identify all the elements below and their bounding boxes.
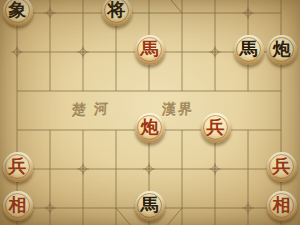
piece-glyph: 馬 [234, 35, 264, 65]
red-soldier[interactable]: 兵 [267, 152, 297, 182]
black-horse[interactable]: 馬 [135, 191, 165, 221]
red-elephant[interactable]: 相 [3, 191, 33, 221]
piece-glyph: 馬 [135, 191, 165, 221]
piece-glyph: 相 [3, 191, 33, 221]
piece-glyph: 相 [267, 191, 297, 221]
red-horse[interactable]: 馬 [135, 35, 165, 65]
piece-grid: 象将馬馬炮炮兵兵兵相馬相 [1, 0, 298, 225]
black-horse[interactable]: 馬 [234, 35, 264, 65]
piece-glyph: 兵 [3, 152, 33, 182]
red-soldier[interactable]: 兵 [3, 152, 33, 182]
piece-glyph: 兵 [201, 113, 231, 143]
piece-glyph: 炮 [267, 35, 297, 65]
piece-glyph: 馬 [135, 35, 165, 65]
xiangqi-board: 楚河 漢界 象将馬馬炮炮兵兵兵相馬相 [0, 0, 300, 225]
piece-glyph: 将 [102, 0, 132, 26]
piece-glyph: 兵 [267, 152, 297, 182]
red-cannon[interactable]: 炮 [135, 113, 165, 143]
black-general[interactable]: 将 [102, 0, 132, 26]
piece-glyph: 象 [3, 0, 33, 26]
black-cannon[interactable]: 炮 [267, 35, 297, 65]
red-elephant[interactable]: 相 [267, 191, 297, 221]
piece-glyph: 炮 [135, 113, 165, 143]
black-elephant[interactable]: 象 [3, 0, 33, 26]
red-soldier[interactable]: 兵 [201, 113, 231, 143]
